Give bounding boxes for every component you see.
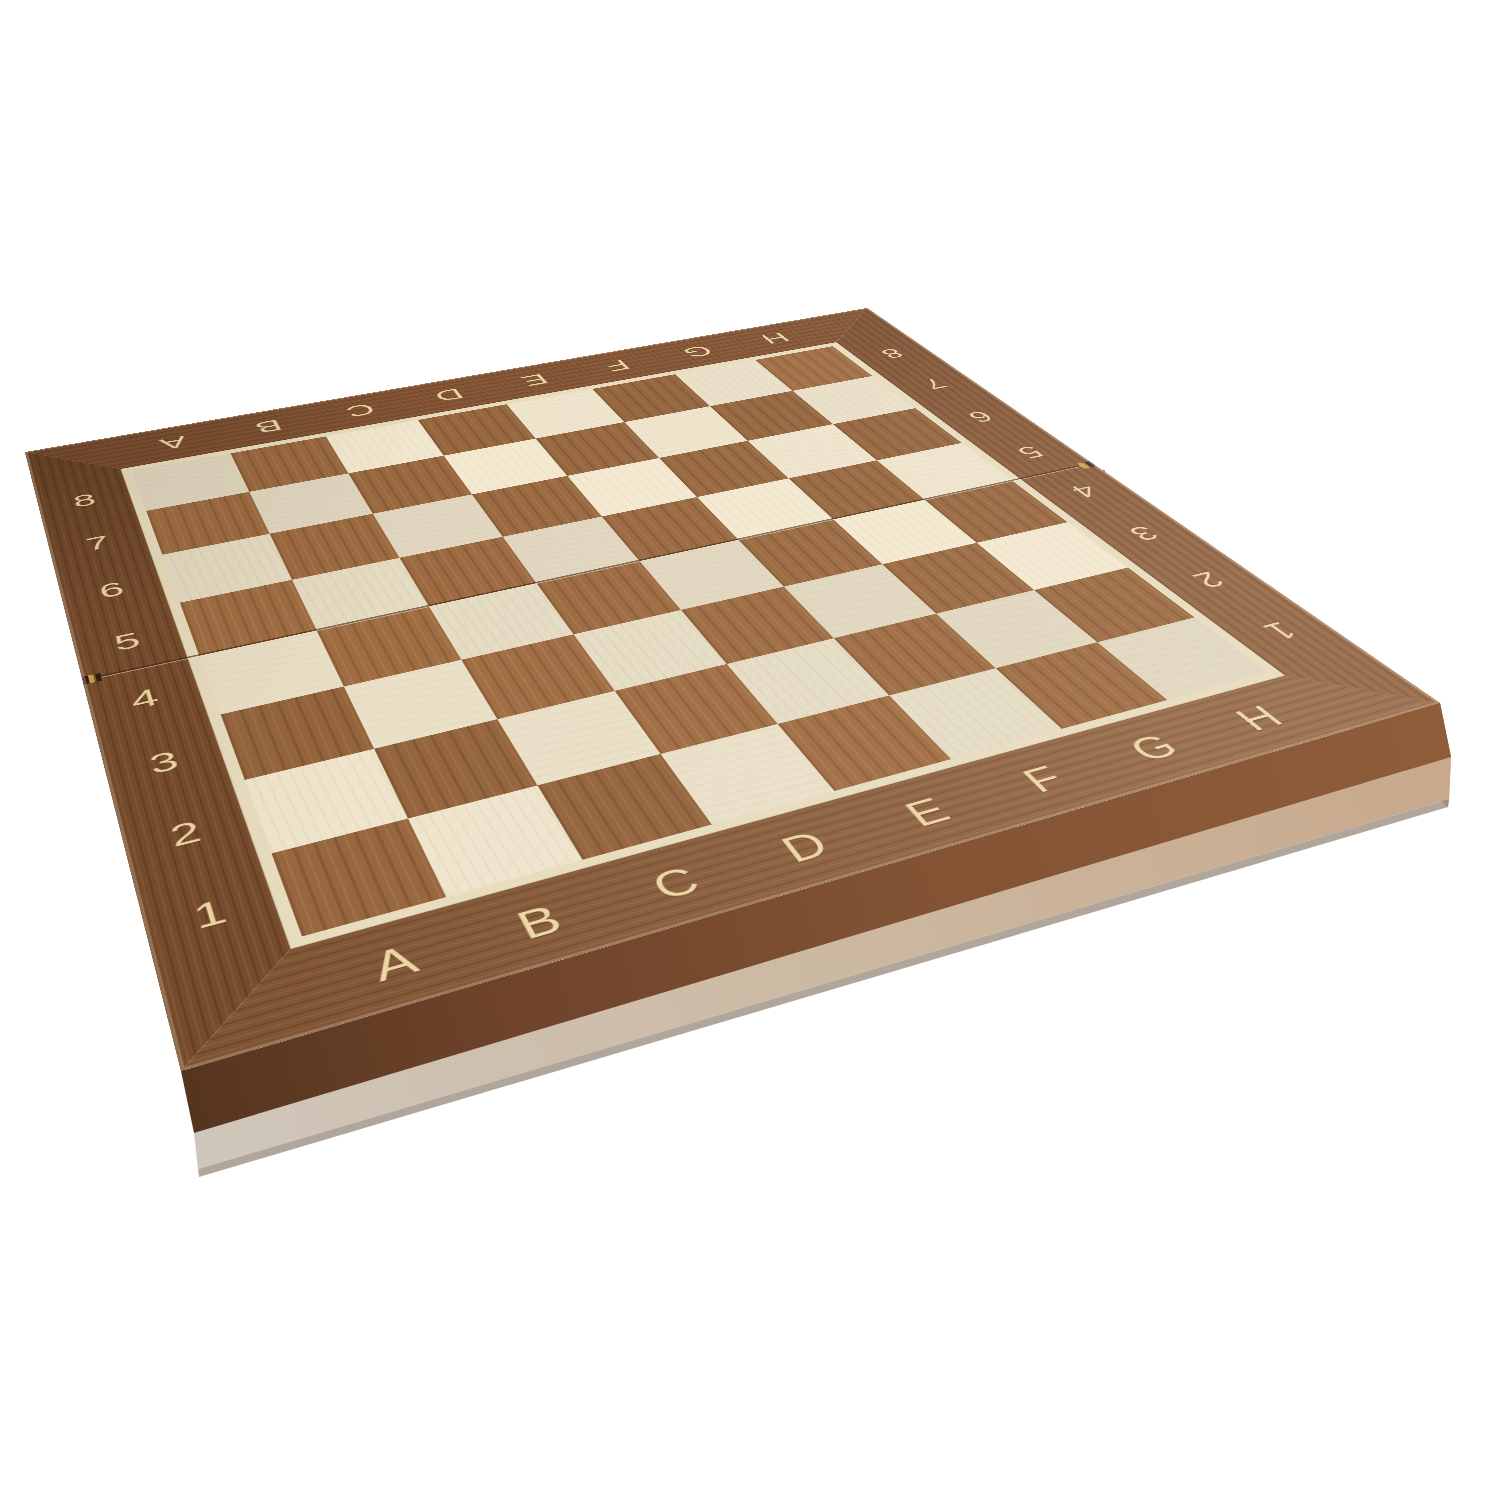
product-photo-scene: AA11BB22CC33DD44EE55FF66GG77HH88 bbox=[0, 0, 1500, 1500]
